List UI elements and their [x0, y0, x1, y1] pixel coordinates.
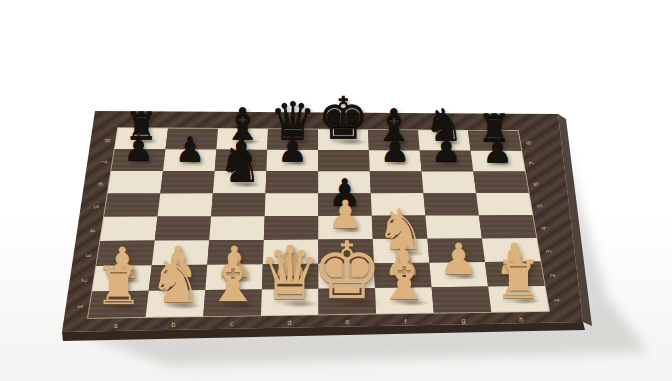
square-d5[interactable]	[265, 193, 319, 216]
file-label-d: d	[287, 319, 291, 327]
rank-label-right-6: 6	[532, 182, 540, 186]
piece-black-pawn-a7[interactable]: ♟	[123, 132, 153, 166]
square-f6-grain	[370, 171, 424, 193]
square-g5-grain	[423, 193, 479, 216]
piece-white-bishop-f1[interactable]: ♝	[377, 247, 432, 308]
piece-white-pawn-g2[interactable]: ♟	[439, 238, 478, 281]
rank-label-right-2: 2	[549, 273, 557, 277]
piece-black-king-e8[interactable]: ♚	[317, 89, 369, 147]
rank-label-left-5: 5	[92, 205, 100, 209]
rank-label-right-5: 5	[536, 204, 544, 208]
rank-label-left-2: 2	[80, 279, 88, 283]
file-label-e: e	[345, 318, 349, 326]
piece-white-knight-b1[interactable]: ♞	[148, 250, 203, 311]
piece-black-pawn-f7[interactable]: ♟	[380, 133, 410, 167]
rank-label-left-8: 8	[103, 138, 111, 142]
rank-label-right-3: 3	[545, 250, 553, 254]
rank-label-left-3: 3	[84, 253, 92, 257]
rank-label-right-7: 7	[529, 161, 537, 165]
rank-label-right-8: 8	[525, 141, 533, 145]
piece-white-bishop-c1[interactable]: ♝	[205, 249, 260, 310]
rank-label-right-4: 4	[540, 226, 548, 230]
square-a5-grain	[104, 193, 160, 216]
file-label-g: g	[461, 317, 465, 325]
square-d6-grain	[266, 171, 319, 193]
square-h5[interactable]	[476, 193, 532, 215]
piece-white-king-e1[interactable]: ♚	[312, 231, 383, 310]
rank-label-right-1: 1	[553, 298, 561, 302]
piece-black-knight-c6[interactable]: ♞	[218, 140, 262, 189]
square-b5[interactable]	[158, 193, 213, 216]
rank-label-left-1: 1	[76, 305, 84, 309]
file-label-a: a	[114, 322, 118, 330]
piece-white-rook-a1[interactable]: ♜	[95, 259, 143, 312]
piece-black-pawn-g7[interactable]: ♟	[431, 133, 461, 167]
square-a6[interactable]	[108, 171, 163, 194]
square-c5-grain	[211, 193, 265, 216]
file-label-h: h	[519, 316, 523, 324]
square-g6[interactable]	[422, 171, 477, 193]
piece-black-pawn-b7[interactable]: ♟	[175, 132, 205, 166]
square-g1-grain	[432, 287, 492, 313]
square-b6-grain	[160, 171, 214, 193]
piece-black-pawn-d7[interactable]: ♟	[277, 132, 307, 166]
file-label-b: b	[171, 321, 176, 329]
rank-label-left-6: 6	[96, 182, 104, 186]
square-h6-grain	[473, 172, 528, 194]
rank-label-left-7: 7	[100, 160, 108, 164]
square-e7-grain	[318, 150, 370, 171]
piece-white-rook-h1[interactable]: ♜	[495, 253, 543, 306]
file-label-c: c	[230, 320, 234, 328]
chessboard-photo: abcdefgh1122334455667788 ♜♝♛♚♝♞♜♟♟♟♟♟♟♟♞…	[0, 0, 672, 381]
rank-label-left-4: 4	[88, 229, 96, 233]
piece-black-pawn-h7[interactable]: ♟	[482, 133, 512, 167]
